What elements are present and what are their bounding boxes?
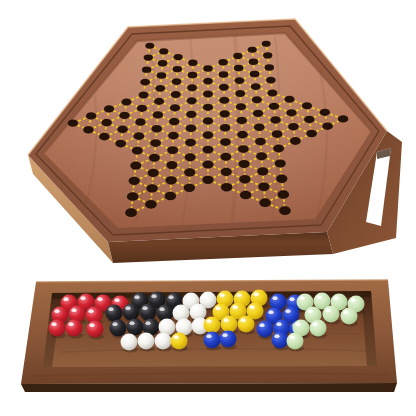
board-hole[interactable] [184,184,195,192]
board-hole[interactable] [135,118,145,125]
board-hole[interactable] [165,192,177,201]
board-hole[interactable] [140,79,150,86]
board-hole[interactable] [270,116,280,123]
board-hole[interactable] [253,110,263,117]
board-hole[interactable] [250,71,260,78]
board-hole[interactable] [278,190,290,199]
board-hole[interactable] [169,118,179,125]
board-hole[interactable] [275,159,286,167]
board-hole[interactable] [255,138,266,146]
board-hole[interactable] [235,90,245,97]
board-hole[interactable] [276,175,287,183]
board-hole[interactable] [187,84,197,91]
board-hole[interactable] [220,153,231,161]
board-hole[interactable] [338,115,348,122]
board-hole[interactable] [238,145,249,153]
board-hole[interactable] [119,112,129,119]
board-hole[interactable] [257,167,268,175]
board-hole[interactable] [273,145,284,153]
board-hole[interactable] [290,137,301,145]
board-hole[interactable] [137,105,147,112]
board-hole[interactable] [187,97,197,104]
board-hole[interactable] [134,132,145,140]
board-hole[interactable] [219,84,229,91]
board-hole[interactable] [186,124,197,132]
board-hole[interactable] [115,140,126,148]
board-hole[interactable] [121,98,131,105]
board-hole[interactable] [304,116,314,123]
board-hole[interactable] [279,206,291,215]
board-hole[interactable] [173,66,182,72]
board-hole[interactable] [166,161,177,169]
board-hole[interactable] [237,131,248,139]
board-hole[interactable] [104,105,114,112]
board-hole[interactable] [148,169,159,177]
board-hole[interactable] [83,126,94,134]
board-hole[interactable] [220,124,231,132]
chinese-checkers-board [28,19,402,263]
board-hole[interactable] [263,52,272,58]
board-hole[interactable] [154,98,164,105]
board-hole[interactable] [248,47,257,53]
board-hole[interactable] [220,110,230,117]
board-hole[interactable] [202,160,213,168]
board-hole[interactable] [155,85,165,92]
board-hole[interactable] [68,119,78,126]
board-hole[interactable] [168,132,179,140]
board-hole[interactable] [146,184,157,192]
board-hole[interactable] [239,160,250,168]
board-hole[interactable] [286,109,296,116]
board-hole[interactable] [130,161,141,169]
board-hole[interactable] [239,175,250,183]
tray-base-edge [21,383,397,392]
board-hole[interactable] [267,90,277,97]
board-hole[interactable] [202,176,213,184]
board-hole[interactable] [129,177,140,185]
board-hole[interactable] [185,139,196,147]
board-hole[interactable] [237,117,247,124]
board-hole[interactable] [288,123,299,131]
board-hole[interactable] [221,168,232,176]
board-hole[interactable] [172,78,182,85]
board-hole[interactable] [145,43,154,49]
board-hole[interactable] [259,198,271,207]
board-hole[interactable] [132,147,143,155]
board-hole[interactable] [117,126,128,134]
scene-svg [0,0,416,416]
board-hole[interactable] [234,65,243,71]
board-hole[interactable] [151,125,162,133]
board-hole[interactable] [249,59,258,65]
board-hole[interactable] [203,65,212,71]
board-hole[interactable] [203,117,213,124]
board-hole[interactable] [221,183,232,191]
board-hole[interactable] [150,139,161,147]
board-hole[interactable] [262,41,271,47]
board-hole[interactable] [320,109,330,116]
board-hole[interactable] [322,122,333,130]
board-hole[interactable] [240,191,252,200]
board-hole[interactable] [139,92,149,99]
board-hole[interactable] [254,123,265,131]
board-hole[interactable] [188,60,197,66]
board-hole[interactable] [220,138,231,146]
board-hole[interactable] [203,104,213,111]
board-hole[interactable] [101,119,111,126]
board-hole[interactable] [219,71,229,78]
board-hole[interactable] [159,48,168,54]
board-hole[interactable] [127,192,139,201]
board-hole[interactable] [167,146,178,154]
board-hole[interactable] [185,153,196,161]
board-hole[interactable] [171,91,181,98]
board-hole[interactable] [219,97,229,104]
board-hole[interactable] [153,111,163,118]
board-hole[interactable] [235,77,245,84]
board-hole[interactable] [266,77,276,84]
board-hole[interactable] [302,102,312,109]
board-hole[interactable] [158,60,167,66]
board-hole[interactable] [157,72,167,79]
board-hole[interactable] [184,168,195,176]
board-hole[interactable] [258,183,269,191]
board-hole[interactable] [86,112,96,119]
board-hole[interactable] [233,53,242,59]
board-hole[interactable] [203,146,214,154]
board-hole[interactable] [186,111,196,118]
board-hole[interactable] [269,103,279,110]
board-hole[interactable] [125,208,137,217]
board-hole[interactable] [203,78,213,85]
board-hole[interactable] [188,72,198,79]
board-hole[interactable] [144,54,153,60]
board-hole[interactable] [252,96,262,103]
product-photo-chinese-checkers [0,0,416,416]
board-hole[interactable] [173,54,182,60]
board-hole[interactable] [170,104,180,111]
marble-tray [21,280,397,392]
board-hole[interactable] [142,66,151,72]
board-hole[interactable] [284,96,294,103]
board-hole[interactable] [306,130,317,138]
board-hole[interactable] [265,64,274,70]
board-hole[interactable] [145,200,157,209]
board-hole[interactable] [236,103,246,110]
board-hole[interactable] [218,59,227,65]
board-hole[interactable] [149,154,160,162]
board-hole[interactable] [203,91,213,98]
board-hole[interactable] [165,176,176,184]
board-hole[interactable] [256,152,267,160]
board-hole[interactable] [251,83,261,90]
board-hole[interactable] [272,130,283,138]
board-hole[interactable] [203,131,214,139]
board-hole[interactable] [99,133,110,141]
